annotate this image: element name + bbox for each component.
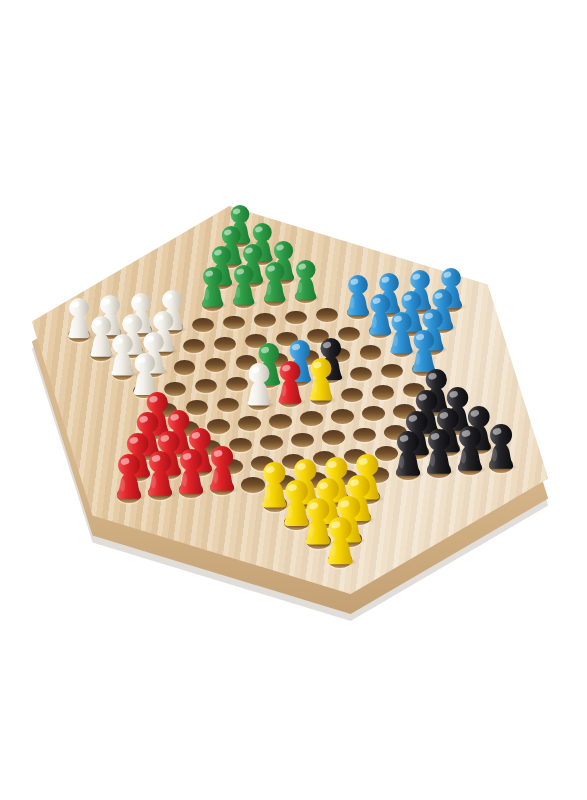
peg-yellow[interactable] — [319, 517, 361, 565]
hole-r4c4[interactable] — [192, 318, 213, 332]
hole-r10c6[interactable] — [322, 430, 345, 445]
peg-green[interactable] — [288, 260, 324, 301]
peg-red[interactable] — [109, 454, 149, 500]
peg-green[interactable] — [195, 267, 231, 308]
hole-r10c4[interactable] — [260, 435, 283, 450]
hole-r5c4[interactable] — [214, 337, 236, 351]
peg-white[interactable] — [240, 363, 278, 407]
hole-r6c2[interactable] — [174, 360, 196, 374]
peg-black[interactable] — [388, 431, 428, 477]
hole-r7c7[interactable] — [350, 367, 372, 381]
hole-r6c8[interactable] — [360, 345, 382, 359]
hole-r5c3[interactable] — [183, 339, 205, 353]
hole-r4c5[interactable] — [223, 316, 244, 330]
hole-r9c6[interactable] — [331, 409, 354, 424]
hole-r4c6[interactable] — [254, 313, 275, 327]
peg-green[interactable] — [257, 262, 293, 303]
hole-r4c8[interactable] — [316, 308, 337, 322]
product-photo — [0, 0, 587, 800]
hole-r4c7[interactable] — [285, 311, 306, 325]
hole-r9c4[interactable] — [269, 414, 292, 429]
hole-r8c7[interactable] — [372, 385, 394, 400]
peg-white[interactable] — [126, 353, 164, 396]
peg-green[interactable] — [226, 265, 262, 306]
peg-blue[interactable] — [405, 330, 443, 373]
